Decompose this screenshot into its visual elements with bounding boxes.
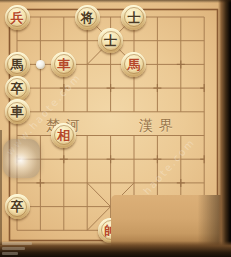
board-top-edge — [0, 0, 231, 3]
board-left-edge — [0, 130, 2, 245]
piece-character: 卒 — [11, 200, 24, 213]
piece-character: 車 — [11, 105, 24, 118]
piece-character: 車 — [57, 58, 70, 71]
piece-red-soldier[interactable]: 兵 — [5, 5, 30, 30]
board-bottom-edge — [0, 241, 231, 257]
piece-character: 馬 — [11, 58, 24, 71]
piece-character: 卒 — [11, 82, 24, 95]
piece-character: 馬 — [127, 58, 140, 71]
piece-character: 将 — [81, 11, 94, 24]
piece-character: 兵 — [11, 11, 24, 24]
move-hint-dot[interactable] — [36, 60, 45, 69]
piece-black-soldier[interactable]: 卒 — [5, 194, 30, 219]
piece-black-advisor[interactable]: 士 — [98, 28, 123, 53]
piece-black-general[interactable]: 将 — [75, 5, 100, 30]
piece-black-chariot[interactable]: 車 — [5, 99, 30, 124]
board-right-edge — [218, 0, 231, 257]
piece-red-chariot[interactable]: 車 — [51, 52, 76, 77]
piece-character: 相 — [57, 129, 70, 142]
assistive-touch-button[interactable] — [3, 139, 40, 178]
piece-red-horse[interactable]: 馬 — [121, 52, 146, 77]
piece-character: 士 — [127, 11, 140, 24]
piece-black-horse[interactable]: 馬 — [5, 52, 30, 77]
piece-black-soldier[interactable]: 卒 — [5, 76, 30, 101]
piece-character: 士 — [104, 34, 117, 47]
piece-red-elephant[interactable]: 相 — [51, 123, 76, 148]
piece-black-advisor[interactable]: 士 — [121, 5, 146, 30]
xiangqi-game-screenshot: 楚河 漢界 www.haote.com www.haote.com 兵将士士馬車… — [0, 0, 231, 257]
tiny-watermark-text — [2, 242, 32, 257]
